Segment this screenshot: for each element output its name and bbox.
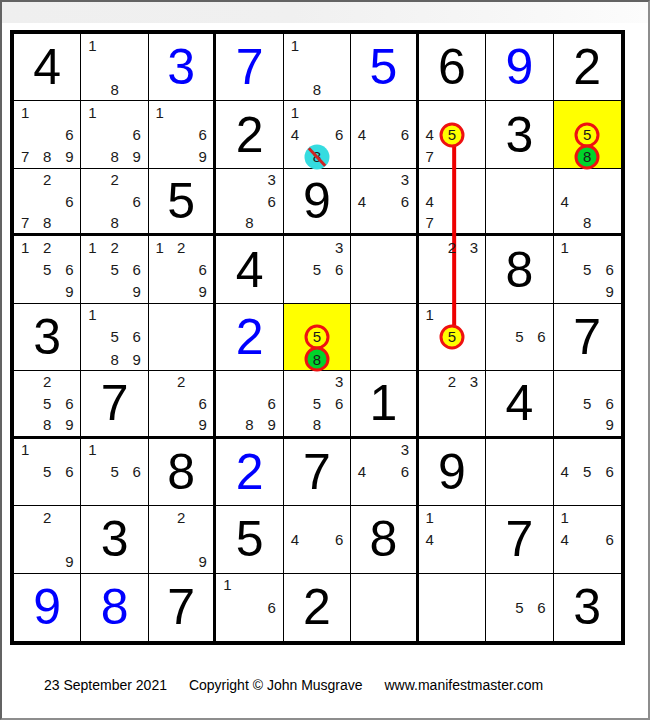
candidate-digit: 9 [198, 149, 206, 164]
cell-r1c8[interactable]: 9 [486, 34, 553, 101]
cell-r1c6[interactable]: 5 [351, 34, 418, 101]
candidate-digit: 6 [198, 127, 206, 142]
footer-website: www.manifestmaster.com [385, 677, 544, 693]
candidate-digit: 2 [43, 172, 51, 187]
candidate-digit: 6 [401, 464, 409, 479]
candidate-digit: 5 [313, 262, 321, 277]
cell-r7c3[interactable]: 8 [149, 439, 216, 506]
cell-r2c3[interactable]: 169 [149, 101, 216, 168]
cell-r1c3[interactable]: 3 [149, 34, 216, 101]
cell-r7c7[interactable]: 9 [419, 439, 486, 506]
cell-r7c5[interactable]: 7 [284, 439, 351, 506]
candidate-digit: 3 [335, 374, 343, 389]
given-digit: 7 [573, 312, 601, 362]
candidate-slot-6: 6 [530, 326, 552, 348]
cell-r9c8[interactable]: 56 [486, 574, 553, 641]
candidate-slot-6: 6 [58, 461, 80, 483]
candidate-slot-6: 6 [328, 528, 350, 550]
candidate-slot-1: 1 [81, 34, 103, 56]
candidate-slot-9: 9 [58, 414, 80, 435]
candidate-slot-1: 1 [419, 304, 441, 326]
candidate-digit: 9 [198, 554, 206, 569]
given-digit: 9 [438, 447, 466, 497]
candidate-slot-4: 4 [419, 190, 441, 211]
cell-r9c5[interactable]: 2 [284, 574, 351, 641]
cell-r8c4[interactable]: 5 [216, 506, 283, 573]
candidate-digit: 6 [537, 600, 545, 615]
candidate-digit: 9 [133, 284, 141, 299]
candidate-digit: 6 [65, 194, 73, 209]
candidate-slot-7: 7 [419, 146, 441, 168]
cell-r2c9[interactable]: 58 [554, 101, 621, 168]
candidate-slot-5: 5 [104, 326, 126, 348]
candidate-slot-1: 1 [81, 304, 103, 326]
given-digit: 4 [33, 42, 61, 92]
candidate-slot-8: 8 [104, 146, 126, 168]
candidate-slot-1: 1 [419, 506, 441, 528]
candidate-slot-1: 1 [284, 101, 306, 123]
cell-r4c1[interactable]: 12569 [14, 236, 81, 303]
cell-r2c2[interactable]: 1689 [81, 101, 148, 168]
cell-r5c9[interactable]: 7 [554, 304, 621, 371]
cell-r8c9[interactable]: 146 [554, 506, 621, 573]
cell-r5c7[interactable]: 15 [419, 304, 486, 371]
candidate-digit: 9 [198, 417, 206, 432]
candidate-digit: 2 [43, 374, 51, 389]
cell-r6c1[interactable]: 25689 [14, 371, 81, 438]
entered-digit: 3 [167, 42, 195, 92]
given-digit: 2 [236, 110, 264, 160]
cell-r7c8[interactable] [486, 439, 553, 506]
candidate-slot-9: 9 [599, 414, 621, 435]
candidate-slot-9: 9 [192, 146, 213, 168]
candidate-digit: 6 [335, 262, 343, 277]
candidate-digit: 7 [21, 215, 29, 230]
candidate-digit: 9 [65, 554, 73, 569]
candidate-slot-9: 9 [126, 281, 148, 303]
candidate-digit: 5 [313, 396, 321, 411]
given-digit: 2 [573, 42, 601, 92]
candidate-digit: 5 [448, 127, 456, 142]
candidate-digit: 6 [401, 127, 409, 142]
cell-r3c2[interactable]: 268 [81, 169, 148, 236]
candidate-slot-6: 6 [261, 393, 283, 414]
cell-r6c9[interactable]: 569 [554, 371, 621, 438]
cell-r9c1[interactable]: 9 [14, 574, 81, 641]
cell-r2c6[interactable]: 46 [351, 101, 418, 168]
cell-r4c5[interactable]: 356 [284, 236, 351, 303]
candidate-slot-9: 9 [126, 348, 148, 370]
candidate-slot-6: 6 [192, 258, 213, 280]
cell-r1c1[interactable]: 4 [14, 34, 81, 101]
candidate-slot-1: 1 [284, 34, 306, 56]
candidate-slot-6: 6 [126, 326, 148, 348]
cell-r4c3[interactable]: 1269 [149, 236, 216, 303]
cell-r9c7[interactable] [419, 574, 486, 641]
cell-r3c4[interactable]: 368 [216, 169, 283, 236]
candidate-digit: 4 [561, 194, 569, 209]
candidate-digit: 1 [21, 442, 29, 457]
candidate-slot-6: 6 [599, 528, 621, 550]
candidate-slot-6: 6 [328, 393, 350, 414]
candidate-slot-6: 6 [394, 124, 415, 146]
candidate-digit: 8 [43, 215, 51, 230]
cell-r7c6[interactable]: 346 [351, 439, 418, 506]
candidate-digit: 5 [43, 262, 51, 277]
candidate-slot-9: 9 [58, 550, 80, 572]
cell-r3c9[interactable]: 48 [554, 169, 621, 236]
candidate-slot-4: 4 [554, 190, 576, 211]
cell-r6c5[interactable]: 3568 [284, 371, 351, 438]
given-digit: 4 [236, 245, 264, 295]
candidate-digit: 7 [426, 149, 434, 164]
candidate-slot-2: 2 [170, 506, 191, 528]
cell-r6c7[interactable]: 23 [419, 371, 486, 438]
cell-r8c5[interactable]: 46 [284, 506, 351, 573]
cell-r9c3[interactable]: 7 [149, 574, 216, 641]
given-digit: 3 [505, 110, 533, 160]
candidate-digit: 1 [291, 38, 299, 53]
candidate-slot-9: 9 [192, 550, 213, 572]
cell-r4c4[interactable]: 4 [216, 236, 283, 303]
candidate-digit: 5 [583, 396, 591, 411]
candidate-slot-2: 2 [104, 236, 126, 258]
given-digit: 3 [33, 312, 61, 362]
candidate-digit: 5 [583, 127, 591, 142]
candidate-slot-6: 6 [530, 596, 552, 618]
candidate-digit: 1 [561, 240, 569, 255]
candidate-slot-9: 9 [192, 414, 213, 435]
candidate-slot-8: 8 [306, 348, 328, 370]
candidate-digit: 8 [110, 149, 118, 164]
cell-r4c8[interactable]: 8 [486, 236, 553, 303]
candidate-digit: 6 [198, 396, 206, 411]
candidate-slot-3: 3 [463, 236, 485, 258]
candidate-digit: 8 [583, 215, 591, 230]
cell-r3c7[interactable]: 47 [419, 169, 486, 236]
given-digit: 7 [101, 378, 129, 428]
cell-r6c8[interactable]: 4 [486, 371, 553, 438]
cell-r5c6[interactable] [351, 304, 418, 371]
candidate-digit: 7 [21, 149, 29, 164]
candidate-digit: 1 [426, 307, 434, 322]
candidate-digit: 4 [426, 127, 434, 142]
candidate-digit: 9 [198, 284, 206, 299]
entered-digit: 9 [505, 42, 533, 92]
cell-r6c4[interactable]: 689 [216, 371, 283, 438]
candidate-slot-2: 2 [36, 236, 58, 258]
candidate-slot-1: 1 [81, 236, 103, 258]
candidate-slot-6: 6 [394, 190, 415, 211]
candidate-slot-3: 3 [394, 439, 415, 461]
candidate-slot-6: 6 [126, 190, 148, 211]
candidate-digit: 8 [245, 215, 253, 230]
candidate-digit: 6 [401, 194, 409, 209]
candidate-slot-6: 6 [58, 258, 80, 280]
candidate-slot-5: 5 [36, 461, 58, 483]
cell-r8c1[interactable]: 29 [14, 506, 81, 573]
cell-r8c3[interactable]: 29 [149, 506, 216, 573]
candidate-slot-6: 6 [58, 190, 80, 211]
candidate-slot-8: 8 [104, 212, 126, 233]
cell-r3c5[interactable]: 9 [284, 169, 351, 236]
cell-r5c8[interactable]: 56 [486, 304, 553, 371]
cell-r2c1[interactable]: 16789 [14, 101, 81, 168]
candidate-digit: 5 [583, 464, 591, 479]
candidate-digit: 8 [313, 82, 321, 97]
candidate-digit: 9 [268, 417, 276, 432]
candidate-digit: 1 [88, 307, 96, 322]
candidate-digit: 3 [401, 442, 409, 457]
cell-r5c2[interactable]: 15689 [81, 304, 148, 371]
candidate-digit: 2 [448, 240, 456, 255]
candidate-digit: 8 [110, 82, 118, 97]
candidate-slot-5: 5 [508, 326, 530, 348]
candidate-digit: 2 [177, 374, 185, 389]
entered-digit: 5 [370, 42, 398, 92]
entered-digit: 2 [236, 447, 264, 497]
candidate-slot-4: 4 [419, 528, 441, 550]
candidate-digit: 8 [43, 417, 51, 432]
cell-r9c2[interactable]: 8 [81, 574, 148, 641]
given-digit: 3 [101, 514, 129, 564]
cell-r4c6[interactable] [351, 236, 418, 303]
candidate-digit: 5 [43, 396, 51, 411]
given-digit: 8 [370, 514, 398, 564]
cell-r2c8[interactable]: 3 [486, 101, 553, 168]
candidate-digit: 3 [470, 240, 478, 255]
cell-r3c3[interactable]: 5 [149, 169, 216, 236]
candidate-digit: 2 [177, 240, 185, 255]
candidate-digit: 4 [358, 464, 366, 479]
candidate-slot-1: 1 [554, 236, 576, 258]
cell-r8c2[interactable]: 3 [81, 506, 148, 573]
footer-copyright: Copyright © John Musgrave [189, 677, 363, 693]
candidate-digit: 8 [583, 149, 591, 164]
candidate-digit: 6 [198, 262, 206, 277]
candidate-slot-6: 6 [261, 596, 283, 618]
candidate-digit: 2 [110, 172, 118, 187]
candidate-digit: 7 [426, 215, 434, 230]
cell-r7c1[interactable]: 156 [14, 439, 81, 506]
candidate-digit: 6 [133, 464, 141, 479]
candidate-digit: 5 [110, 464, 118, 479]
cell-r2c7[interactable]: 457 [419, 101, 486, 168]
candidate-slot-2: 2 [104, 169, 126, 190]
candidate-slot-8: 8 [104, 78, 126, 100]
candidate-slot-4: 4 [351, 461, 372, 483]
candidate-digit: 4 [291, 127, 299, 142]
candidate-digit: 6 [65, 396, 73, 411]
candidate-digit: 9 [606, 284, 614, 299]
cell-r9c6[interactable] [351, 574, 418, 641]
candidate-digit: 6 [268, 396, 276, 411]
candidate-digit: 8 [110, 352, 118, 367]
candidate-slot-9: 9 [192, 281, 213, 303]
cell-r4c7[interactable]: 23 [419, 236, 486, 303]
candidate-digit: 8 [110, 215, 118, 230]
candidate-slot-4: 4 [284, 528, 306, 550]
candidate-digit: 5 [313, 329, 321, 344]
cell-r5c4[interactable]: 2 [216, 304, 283, 371]
candidate-slot-1: 1 [14, 101, 36, 123]
candidate-slot-5: 5 [36, 393, 58, 414]
given-digit: 6 [438, 42, 466, 92]
candidate-digit: 8 [245, 417, 253, 432]
cell-r2c5[interactable]: 1468 [284, 101, 351, 168]
candidate-slot-8: 8 [36, 212, 58, 233]
candidate-slot-5: 5 [306, 393, 328, 414]
candidate-slot-8: 8 [306, 146, 328, 168]
candidate-digit: 1 [88, 38, 96, 53]
candidate-digit: 1 [155, 105, 163, 120]
candidate-digit: 3 [470, 374, 478, 389]
candidate-slot-4: 4 [351, 190, 372, 211]
cell-r8c6[interactable]: 8 [351, 506, 418, 573]
cell-r6c6[interactable]: 1 [351, 371, 418, 438]
candidate-digit: 1 [155, 240, 163, 255]
candidate-digit: 6 [268, 600, 276, 615]
cell-r3c1[interactable]: 2678 [14, 169, 81, 236]
candidate-digit: 6 [133, 127, 141, 142]
cell-r1c9[interactable]: 2 [554, 34, 621, 101]
cell-r7c4[interactable]: 2 [216, 439, 283, 506]
candidate-digit: 9 [133, 149, 141, 164]
given-digit: 4 [505, 378, 533, 428]
cell-r7c2[interactable]: 156 [81, 439, 148, 506]
candidate-slot-2: 2 [170, 236, 191, 258]
candidate-slot-3: 3 [328, 236, 350, 258]
candidate-slot-8: 8 [238, 414, 260, 435]
cell-r4c2[interactable]: 12569 [81, 236, 148, 303]
candidate-slot-3: 3 [328, 371, 350, 392]
candidate-digit: 6 [335, 127, 343, 142]
candidate-digit: 4 [426, 532, 434, 547]
cell-r5c3[interactable] [149, 304, 216, 371]
cell-r3c8[interactable] [486, 169, 553, 236]
candidate-slot-5: 5 [306, 258, 328, 280]
cell-r6c2[interactable]: 7 [81, 371, 148, 438]
entered-digit: 8 [101, 582, 129, 632]
candidate-digit: 4 [291, 532, 299, 547]
candidate-slot-4: 4 [554, 528, 576, 550]
candidate-digit: 5 [583, 262, 591, 277]
candidate-digit: 9 [65, 284, 73, 299]
candidate-digit: 8 [313, 417, 321, 432]
candidate-slot-1: 1 [149, 236, 170, 258]
candidate-slot-5: 5 [441, 124, 463, 146]
cell-r6c3[interactable]: 269 [149, 371, 216, 438]
given-digit: 5 [236, 514, 264, 564]
candidate-digit: 6 [335, 532, 343, 547]
candidate-slot-9: 9 [261, 414, 283, 435]
candidate-slot-9: 9 [126, 146, 148, 168]
entered-digit: 7 [236, 42, 264, 92]
candidate-slot-2: 2 [170, 371, 191, 392]
cell-r8c8[interactable]: 7 [486, 506, 553, 573]
given-digit: 7 [505, 514, 533, 564]
candidate-digit: 6 [537, 329, 545, 344]
given-digit: 3 [573, 582, 601, 632]
candidate-digit: 5 [43, 464, 51, 479]
candidate-slot-1: 1 [81, 101, 103, 123]
candidate-digit: 4 [561, 532, 569, 547]
cell-r3c6[interactable]: 346 [351, 169, 418, 236]
candidate-slot-1: 1 [216, 574, 238, 596]
candidate-digit: 1 [426, 510, 434, 525]
given-digit: 7 [303, 447, 331, 497]
candidate-digit: 5 [448, 329, 456, 344]
candidate-slot-8: 8 [576, 146, 598, 168]
candidate-digit: 5 [515, 600, 523, 615]
candidate-slot-6: 6 [328, 124, 350, 146]
cell-r9c9[interactable]: 3 [554, 574, 621, 641]
candidate-digit: 2 [177, 510, 185, 525]
candidate-slot-6: 6 [599, 393, 621, 414]
cell-r9c4[interactable]: 16 [216, 574, 283, 641]
cell-r5c1[interactable]: 3 [14, 304, 81, 371]
cell-r1c5[interactable]: 18 [284, 34, 351, 101]
candidate-digit: 4 [561, 464, 569, 479]
candidate-slot-4: 4 [419, 124, 441, 146]
candidate-digit: 1 [88, 442, 96, 457]
candidate-slot-3: 3 [463, 371, 485, 392]
cell-r2c4[interactable]: 2 [216, 101, 283, 168]
candidate-digit: 2 [43, 510, 51, 525]
candidate-slot-1: 1 [149, 101, 170, 123]
candidate-slot-6: 6 [394, 461, 415, 483]
candidate-slot-2: 2 [36, 506, 58, 528]
candidate-digit: 1 [88, 105, 96, 120]
candidate-slot-2: 2 [36, 371, 58, 392]
candidate-slot-9: 9 [58, 146, 80, 168]
candidate-slot-4: 4 [554, 461, 576, 483]
cell-r7c9[interactable]: 456 [554, 439, 621, 506]
candidate-digit: 1 [88, 240, 96, 255]
candidate-digit: 6 [606, 464, 614, 479]
sudoku-grid: 4183718569216789168916921468464573582678… [10, 30, 625, 645]
candidate-slot-8: 8 [238, 212, 260, 233]
cell-r8c7[interactable]: 14 [419, 506, 486, 573]
candidate-slot-1: 1 [14, 236, 36, 258]
candidate-digit: 1 [291, 105, 299, 120]
candidate-slot-6: 6 [58, 393, 80, 414]
candidate-digit: 6 [133, 194, 141, 209]
candidate-digit: 5 [515, 329, 523, 344]
candidate-slot-6: 6 [126, 258, 148, 280]
candidate-slot-2: 2 [441, 371, 463, 392]
candidate-slot-5: 5 [508, 596, 530, 618]
candidate-slot-8: 8 [306, 414, 328, 435]
cell-r1c2[interactable]: 18 [81, 34, 148, 101]
candidate-slot-6: 6 [261, 190, 283, 211]
candidate-slot-4: 4 [351, 124, 372, 146]
candidate-slot-6: 6 [192, 124, 213, 146]
candidate-slot-2: 2 [36, 169, 58, 190]
cell-r4c9[interactable]: 1569 [554, 236, 621, 303]
candidate-digit: 9 [65, 417, 73, 432]
candidate-digit: 6 [335, 396, 343, 411]
candidate-digit: 1 [21, 240, 29, 255]
candidate-slot-5: 5 [306, 326, 328, 348]
candidate-digit: 5 [110, 262, 118, 277]
cell-r1c4[interactable]: 7 [216, 34, 283, 101]
cell-r5c5[interactable]: 58 [284, 304, 351, 371]
cell-r1c7[interactable]: 6 [419, 34, 486, 101]
candidate-slot-6: 6 [192, 393, 213, 414]
candidate-slot-5: 5 [36, 258, 58, 280]
candidate-slot-9: 9 [599, 281, 621, 303]
